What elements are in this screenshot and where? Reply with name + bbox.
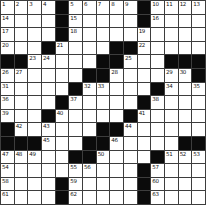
letter-cell[interactable]: 24 — [42, 55, 55, 68]
letter-cell[interactable]: 28 — [110, 69, 123, 82]
clue-number: 3 — [29, 1, 32, 7]
letter-cell[interactable] — [83, 42, 96, 55]
letter-cell[interactable] — [110, 28, 123, 41]
letter-cell[interactable] — [97, 15, 110, 28]
letter-cell[interactable] — [28, 28, 41, 41]
letter-cell[interactable] — [97, 42, 110, 55]
letter-cell[interactable]: 52 — [179, 151, 192, 164]
clue-number: 46 — [111, 137, 117, 143]
letter-cell[interactable]: 40 — [56, 110, 69, 123]
block-cell — [138, 191, 151, 204]
letter-cell[interactable] — [151, 123, 164, 136]
letter-cell[interactable] — [192, 96, 205, 109]
clue-number: 25 — [125, 55, 131, 61]
block-cell — [56, 191, 69, 204]
letter-cell[interactable]: 17 — [1, 28, 14, 41]
letter-cell[interactable] — [83, 191, 96, 204]
clue-number: 59 — [70, 178, 76, 184]
block-cell — [83, 69, 96, 82]
clue-number: 34 — [166, 83, 172, 89]
letter-cell[interactable] — [165, 96, 178, 109]
block-cell — [124, 110, 137, 123]
letter-cell[interactable]: 13 — [192, 1, 205, 14]
letter-cell[interactable] — [110, 110, 123, 123]
block-cell — [179, 55, 192, 68]
letter-cell[interactable]: 39 — [1, 110, 14, 123]
clue-number: 1 — [2, 1, 5, 7]
clue-number: 5 — [70, 1, 73, 7]
letter-cell[interactable] — [42, 15, 55, 28]
letter-cell[interactable] — [192, 110, 205, 123]
clue-number: 28 — [111, 69, 117, 75]
letter-cell[interactable]: 7 — [97, 1, 110, 14]
letter-cell[interactable]: 35 — [192, 83, 205, 96]
letter-cell[interactable]: 34 — [165, 83, 178, 96]
letter-cell[interactable] — [28, 164, 41, 177]
clue-number: 43 — [43, 123, 49, 129]
letter-cell[interactable] — [110, 164, 123, 177]
clue-number: 41 — [139, 110, 145, 116]
block-cell — [192, 69, 205, 82]
letter-cell[interactable] — [124, 69, 137, 82]
clue-number: 8 — [111, 1, 114, 7]
letter-cell[interactable] — [179, 83, 192, 96]
block-cell — [138, 178, 151, 191]
letter-cell[interactable] — [138, 83, 151, 96]
letter-cell[interactable] — [110, 151, 123, 164]
letter-cell[interactable] — [69, 123, 82, 136]
letter-cell[interactable] — [110, 96, 123, 109]
clue-number: 62 — [70, 191, 76, 197]
letter-cell[interactable]: 50 — [97, 151, 110, 164]
letter-cell[interactable]: 22 — [138, 42, 151, 55]
letter-cell[interactable]: 47 — [1, 151, 14, 164]
clue-number: 13 — [193, 1, 199, 7]
letter-cell[interactable] — [138, 123, 151, 136]
letter-cell[interactable]: 37 — [69, 96, 82, 109]
letter-cell[interactable] — [179, 15, 192, 28]
letter-cell[interactable]: 29 — [165, 69, 178, 82]
letter-cell[interactable] — [124, 151, 137, 164]
letter-cell[interactable] — [28, 69, 41, 82]
letter-cell[interactable] — [138, 137, 151, 150]
block-cell — [138, 15, 151, 28]
clue-number: 44 — [125, 123, 131, 129]
clue-number: 2 — [16, 1, 19, 7]
letter-cell[interactable] — [124, 178, 137, 191]
block-cell — [97, 123, 110, 136]
letter-cell[interactable] — [124, 191, 137, 204]
letter-cell[interactable] — [124, 15, 137, 28]
letter-cell[interactable] — [97, 96, 110, 109]
block-cell — [138, 96, 151, 109]
letter-cell[interactable]: 9 — [124, 1, 137, 14]
letter-cell[interactable] — [69, 110, 82, 123]
clue-number: 38 — [152, 96, 158, 102]
letter-cell[interactable] — [110, 191, 123, 204]
letter-cell[interactable]: 1 — [1, 1, 14, 14]
letter-cell[interactable] — [42, 164, 55, 177]
letter-cell[interactable] — [165, 42, 178, 55]
letter-cell[interactable] — [192, 28, 205, 41]
letter-cell[interactable]: 61 — [1, 191, 14, 204]
letter-cell[interactable]: 57 — [151, 164, 164, 177]
block-cell — [69, 83, 82, 96]
letter-cell[interactable] — [83, 178, 96, 191]
letter-cell[interactable] — [15, 164, 28, 177]
clue-number: 33 — [98, 83, 104, 89]
letter-cell[interactable] — [165, 178, 178, 191]
letter-cell[interactable]: 51 — [165, 151, 178, 164]
letter-cell[interactable]: 19 — [138, 28, 151, 41]
letter-cell[interactable] — [56, 123, 69, 136]
letter-cell[interactable]: 33 — [97, 83, 110, 96]
letter-cell[interactable]: 62 — [69, 191, 82, 204]
clue-number: 51 — [166, 151, 172, 157]
letter-cell[interactable] — [15, 83, 28, 96]
clue-number: 60 — [152, 178, 158, 184]
clue-number: 9 — [125, 1, 128, 7]
letter-cell[interactable] — [69, 42, 82, 55]
block-cell — [97, 55, 110, 68]
letter-cell[interactable] — [138, 55, 151, 68]
letter-cell[interactable]: 54 — [1, 164, 14, 177]
clue-number: 14 — [2, 15, 8, 21]
clue-number: 53 — [193, 151, 199, 157]
block-cell — [56, 178, 69, 191]
letter-cell[interactable] — [56, 83, 69, 96]
letter-cell[interactable] — [179, 42, 192, 55]
clue-number: 15 — [70, 15, 76, 21]
letter-cell[interactable]: 12 — [179, 1, 192, 14]
letter-cell[interactable]: 60 — [151, 178, 164, 191]
letter-cell[interactable] — [110, 83, 123, 96]
block-cell — [151, 151, 164, 164]
letter-cell[interactable] — [165, 15, 178, 28]
letter-cell[interactable] — [28, 15, 41, 28]
letter-cell[interactable] — [179, 164, 192, 177]
letter-cell[interactable] — [15, 96, 28, 109]
letter-cell[interactable] — [56, 151, 69, 164]
clue-number: 17 — [2, 28, 8, 34]
block-cell — [83, 137, 96, 150]
clue-number: 27 — [16, 69, 22, 75]
clue-number: 11 — [166, 1, 172, 7]
clue-number: 54 — [2, 164, 8, 170]
letter-cell[interactable] — [42, 151, 55, 164]
letter-cell[interactable] — [124, 164, 137, 177]
block-cell — [56, 28, 69, 41]
letter-cell[interactable]: 32 — [83, 83, 96, 96]
letter-cell[interactable] — [56, 164, 69, 177]
letter-cell[interactable] — [15, 42, 28, 55]
letter-cell[interactable] — [138, 69, 151, 82]
clue-number: 29 — [166, 69, 172, 75]
crossword-page: 1234567891011121314151617181920212223242… — [0, 0, 206, 205]
clue-number: 61 — [2, 191, 8, 197]
block-cell — [179, 137, 192, 150]
letter-cell[interactable]: 55 — [69, 164, 82, 177]
letter-cell[interactable]: 41 — [138, 110, 151, 123]
letter-cell[interactable] — [42, 28, 55, 41]
letter-cell[interactable]: 23 — [28, 55, 41, 68]
letter-cell[interactable]: 36 — [1, 96, 14, 109]
clue-number: 19 — [139, 28, 145, 34]
letter-cell[interactable] — [15, 110, 28, 123]
letter-cell[interactable] — [42, 83, 55, 96]
clue-number: 57 — [152, 164, 158, 170]
letter-cell[interactable] — [192, 191, 205, 204]
block-cell — [42, 110, 55, 123]
letter-cell[interactable] — [179, 191, 192, 204]
letter-cell[interactable] — [69, 69, 82, 82]
letter-cell[interactable] — [124, 137, 137, 150]
clue-number: 50 — [98, 151, 104, 157]
block-cell — [56, 1, 69, 14]
clue-number: 39 — [2, 110, 8, 116]
clue-number: 31 — [2, 83, 8, 89]
letter-cell[interactable] — [42, 69, 55, 82]
clue-number: 37 — [70, 96, 76, 102]
clue-number: 45 — [43, 137, 49, 143]
letter-cell[interactable] — [42, 178, 55, 191]
block-cell — [138, 164, 151, 177]
letter-cell[interactable] — [179, 96, 192, 109]
letter-cell[interactable]: 42 — [15, 123, 28, 136]
letter-cell[interactable] — [179, 28, 192, 41]
letter-cell[interactable] — [83, 96, 96, 109]
clue-number: 22 — [139, 42, 145, 48]
letter-cell[interactable] — [192, 178, 205, 191]
letter-cell[interactable]: 59 — [69, 178, 82, 191]
block-cell — [1, 123, 14, 136]
clue-number: 6 — [84, 1, 87, 7]
letter-cell[interactable]: 5 — [69, 1, 82, 14]
letter-cell[interactable]: 18 — [69, 28, 82, 41]
letter-cell[interactable] — [165, 137, 178, 150]
letter-cell[interactable] — [124, 28, 137, 41]
letter-cell[interactable] — [83, 15, 96, 28]
letter-cell[interactable]: 27 — [15, 69, 28, 82]
block-cell — [56, 15, 69, 28]
clue-number: 26 — [2, 69, 8, 75]
clue-number: 7 — [98, 1, 101, 7]
letter-cell[interactable]: 11 — [165, 1, 178, 14]
letter-cell[interactable] — [124, 96, 137, 109]
letter-cell[interactable] — [192, 123, 205, 136]
block-cell — [138, 1, 151, 14]
clue-number: 48 — [16, 151, 22, 157]
letter-cell[interactable] — [28, 42, 41, 55]
block-cell — [83, 151, 96, 164]
letter-cell[interactable] — [56, 69, 69, 82]
letter-cell[interactable] — [179, 123, 192, 136]
letter-cell[interactable]: 63 — [151, 191, 164, 204]
block-cell — [15, 137, 28, 150]
letter-cell[interactable] — [151, 55, 164, 68]
letter-cell[interactable] — [56, 55, 69, 68]
letter-cell[interactable]: 10 — [151, 1, 164, 14]
block-cell — [1, 137, 14, 150]
letter-cell[interactable] — [15, 191, 28, 204]
letter-cell[interactable] — [165, 164, 178, 177]
letter-cell[interactable]: 49 — [28, 151, 41, 164]
block-cell — [110, 42, 123, 55]
letter-cell[interactable]: 56 — [83, 164, 96, 177]
letter-cell[interactable]: 44 — [124, 123, 137, 136]
letter-cell[interactable] — [28, 123, 41, 136]
letter-cell[interactable] — [83, 110, 96, 123]
block-cell — [110, 55, 123, 68]
clue-number: 58 — [2, 178, 8, 184]
block-cell — [1, 55, 14, 68]
block-cell — [56, 96, 69, 109]
letter-cell[interactable] — [165, 110, 178, 123]
letter-cell[interactable] — [15, 15, 28, 28]
block-cell — [15, 55, 28, 68]
letter-cell[interactable] — [165, 123, 178, 136]
letter-cell[interactable]: 26 — [1, 69, 14, 82]
letter-cell[interactable] — [28, 83, 41, 96]
clue-number: 55 — [70, 164, 76, 170]
block-cell — [97, 137, 110, 150]
letter-cell[interactable] — [83, 55, 96, 68]
letter-cell[interactable] — [151, 28, 164, 41]
letter-cell[interactable] — [97, 178, 110, 191]
block-cell — [151, 83, 164, 96]
block-cell — [124, 42, 137, 55]
clue-number: 16 — [152, 15, 158, 21]
letter-cell[interactable]: 53 — [192, 151, 205, 164]
letter-cell[interactable] — [28, 191, 41, 204]
letter-cell[interactable] — [124, 83, 137, 96]
letter-cell[interactable] — [15, 178, 28, 191]
clue-number: 12 — [180, 1, 186, 7]
clue-number: 24 — [43, 55, 49, 61]
letter-cell[interactable]: 3 — [28, 1, 41, 14]
clue-number: 23 — [29, 55, 35, 61]
block-cell — [42, 42, 55, 55]
letter-cell[interactable]: 58 — [1, 178, 14, 191]
letter-cell[interactable] — [138, 151, 151, 164]
letter-cell[interactable] — [192, 15, 205, 28]
block-cell — [192, 55, 205, 68]
letter-cell[interactable] — [165, 28, 178, 41]
letter-cell[interactable] — [42, 96, 55, 109]
letter-cell[interactable]: 30 — [179, 69, 192, 82]
clue-number: 56 — [84, 164, 90, 170]
letter-cell[interactable] — [15, 28, 28, 41]
clue-number: 32 — [84, 83, 90, 89]
clue-number: 4 — [43, 1, 46, 7]
letter-cell[interactable] — [151, 137, 164, 150]
letter-cell[interactable] — [97, 191, 110, 204]
clue-number: 36 — [2, 96, 8, 102]
clue-number: 30 — [180, 69, 186, 75]
block-cell — [192, 137, 205, 150]
letter-cell[interactable]: 21 — [56, 42, 69, 55]
letter-cell[interactable]: 6 — [83, 1, 96, 14]
letter-cell[interactable]: 46 — [110, 137, 123, 150]
letter-cell[interactable] — [97, 164, 110, 177]
clue-number: 47 — [2, 151, 8, 157]
block-cell — [69, 151, 82, 164]
clue-number: 40 — [57, 110, 63, 116]
clue-number: 18 — [70, 28, 76, 34]
letter-cell[interactable]: 20 — [1, 42, 14, 55]
block-cell — [165, 55, 178, 68]
letter-cell[interactable] — [83, 123, 96, 136]
letter-cell[interactable] — [28, 110, 41, 123]
letter-cell[interactable] — [83, 28, 96, 41]
letter-cell[interactable] — [151, 110, 164, 123]
letter-cell[interactable] — [110, 15, 123, 28]
block-cell — [97, 69, 110, 82]
letter-cell[interactable]: 14 — [1, 15, 14, 28]
block-cell — [110, 123, 123, 136]
letter-cell[interactable] — [69, 55, 82, 68]
letter-cell[interactable]: 38 — [151, 96, 164, 109]
letter-cell[interactable]: 25 — [124, 55, 137, 68]
letter-cell[interactable] — [97, 28, 110, 41]
clue-number: 49 — [29, 151, 35, 157]
letter-cell[interactable] — [56, 137, 69, 150]
letter-cell[interactable]: 4 — [42, 1, 55, 14]
letter-cell[interactable]: 48 — [15, 151, 28, 164]
clue-number: 20 — [2, 42, 8, 48]
letter-cell[interactable] — [192, 42, 205, 55]
letter-cell[interactable] — [179, 178, 192, 191]
clue-number: 35 — [193, 83, 199, 89]
letter-cell[interactable]: 15 — [69, 15, 82, 28]
letter-cell[interactable]: 2 — [15, 1, 28, 14]
letter-cell[interactable] — [151, 69, 164, 82]
clue-number: 42 — [16, 123, 22, 129]
letter-cell[interactable] — [165, 191, 178, 204]
letter-cell[interactable] — [179, 110, 192, 123]
letter-cell[interactable] — [69, 137, 82, 150]
clue-number: 52 — [180, 151, 186, 157]
clue-number: 21 — [57, 42, 63, 48]
clue-number: 63 — [152, 191, 158, 197]
letter-cell[interactable] — [42, 191, 55, 204]
letter-cell[interactable]: 8 — [110, 1, 123, 14]
letter-cell[interactable] — [28, 178, 41, 191]
letter-cell[interactable]: 43 — [42, 123, 55, 136]
letter-cell[interactable] — [28, 96, 41, 109]
letter-cell[interactable]: 31 — [1, 83, 14, 96]
letter-cell[interactable]: 45 — [42, 137, 55, 150]
block-cell — [28, 137, 41, 150]
letter-cell[interactable] — [110, 178, 123, 191]
clue-number: 10 — [152, 1, 158, 7]
crossword-board: 1234567891011121314151617181920212223242… — [0, 0, 206, 205]
letter-cell[interactable]: 16 — [151, 15, 164, 28]
letter-cell[interactable] — [151, 42, 164, 55]
letter-cell[interactable] — [192, 164, 205, 177]
letter-cell[interactable] — [97, 110, 110, 123]
